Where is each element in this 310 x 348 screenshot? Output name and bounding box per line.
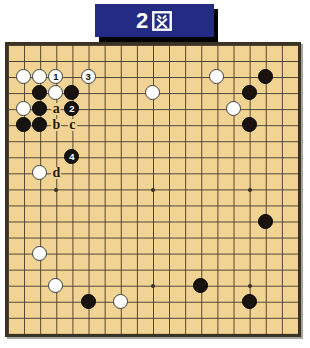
marker-letter-a: a: [52, 103, 61, 115]
stone-black: [64, 85, 79, 100]
stone-black: [193, 278, 208, 293]
star-point: [151, 284, 155, 288]
stone-black: [258, 214, 273, 229]
star-point: [248, 284, 252, 288]
stone-white: [32, 246, 47, 261]
figure-title-banner: 2: [95, 4, 214, 37]
star-point: [54, 188, 58, 192]
star-point: [248, 188, 252, 192]
stone-black: [258, 69, 273, 84]
stone-black: [81, 294, 96, 309]
zu-kanji-icon: [151, 10, 173, 32]
stone-white: [145, 85, 160, 100]
stone-black-move-4: 4: [64, 149, 79, 164]
stone-black: [32, 117, 47, 132]
marker-letter-c: c: [68, 119, 76, 131]
stone-white: [16, 101, 31, 116]
go-board: 1324abcd: [5, 42, 301, 337]
marker-letter-b: b: [51, 119, 61, 131]
stone-white: [48, 85, 63, 100]
stone-white-move-1: 1: [48, 69, 63, 84]
stone-white: [226, 101, 241, 116]
stone-black: [32, 85, 47, 100]
stone-black: [242, 85, 257, 100]
stone-white: [32, 165, 47, 180]
stone-black: [242, 117, 257, 132]
star-point: [151, 188, 155, 192]
marker-letter-d: d: [51, 167, 61, 179]
stone-white: [113, 294, 128, 309]
stone-black: [32, 101, 47, 116]
stone-black: [242, 294, 257, 309]
stone-white-move-3: 3: [81, 69, 96, 84]
stone-white: [48, 278, 63, 293]
stone-white: [32, 69, 47, 84]
stone-black: [16, 117, 31, 132]
stone-white: [16, 69, 31, 84]
stone-white: [209, 69, 224, 84]
figure-number: 2: [136, 10, 148, 32]
stone-black-move-2: 2: [64, 101, 79, 116]
